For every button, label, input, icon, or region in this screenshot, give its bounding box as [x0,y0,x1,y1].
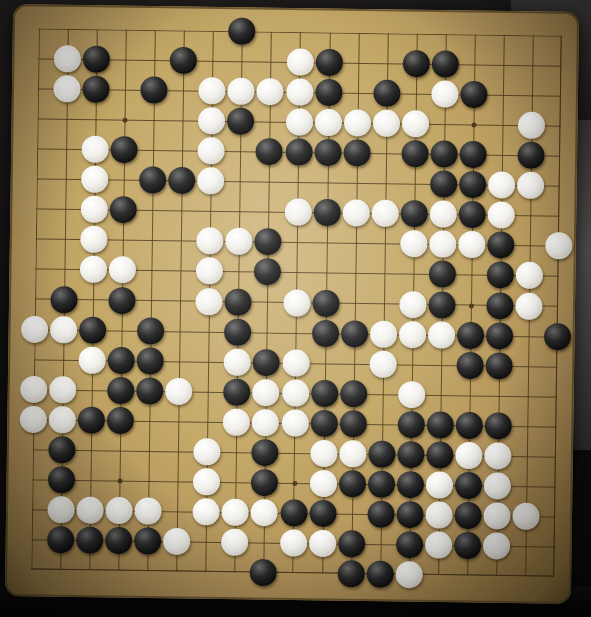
photo-scene [0,0,591,617]
star-point [471,123,476,128]
black-stone[interactable] [337,560,364,587]
black-stone[interactable] [250,559,277,586]
star-point [118,478,123,483]
star-point [292,481,297,486]
star-point [123,118,128,123]
white-stone[interactable] [395,561,422,588]
board-grid[interactable] [31,28,562,576]
black-stone[interactable] [366,561,393,588]
white-stone[interactable] [545,232,572,259]
go-board [5,4,579,604]
star-point [469,303,474,308]
black-stone[interactable] [544,323,571,350]
